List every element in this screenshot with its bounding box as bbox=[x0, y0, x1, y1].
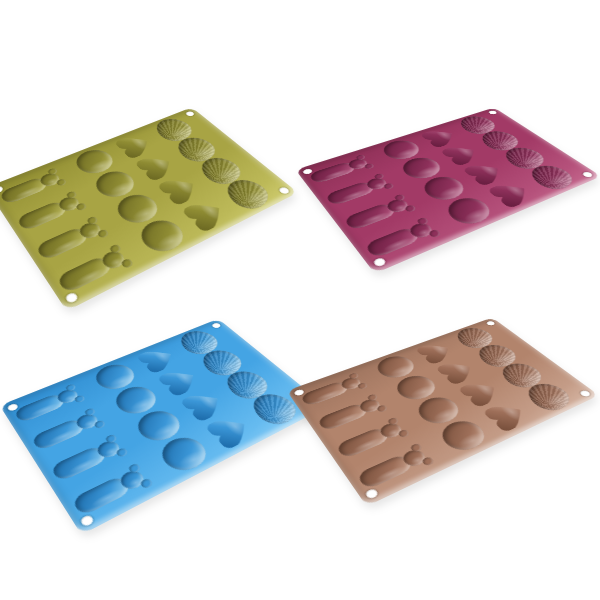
heart-shape bbox=[486, 179, 536, 209]
silicone-mold bbox=[0, 107, 298, 311]
product-collage bbox=[0, 0, 600, 600]
silicone-mold bbox=[0, 319, 327, 535]
heart-shape bbox=[482, 400, 533, 433]
heart-cavity bbox=[480, 399, 533, 434]
mold-blue bbox=[34, 318, 292, 494]
heart-shape bbox=[181, 197, 232, 233]
mold-brown bbox=[313, 305, 571, 481]
cavity-grid bbox=[0, 107, 298, 311]
cavity-grid bbox=[295, 107, 600, 273]
silicone-mold bbox=[287, 317, 599, 506]
heart-cavity bbox=[485, 179, 538, 210]
mold-olive bbox=[12, 102, 270, 278]
heart-cavity bbox=[179, 196, 232, 233]
heart-shape bbox=[204, 413, 257, 451]
heart-cavity bbox=[202, 412, 257, 451]
silicone-mold bbox=[295, 107, 600, 273]
cavity-grid bbox=[287, 317, 599, 506]
cavity-grid bbox=[0, 319, 327, 535]
mold-magenta bbox=[318, 85, 576, 261]
